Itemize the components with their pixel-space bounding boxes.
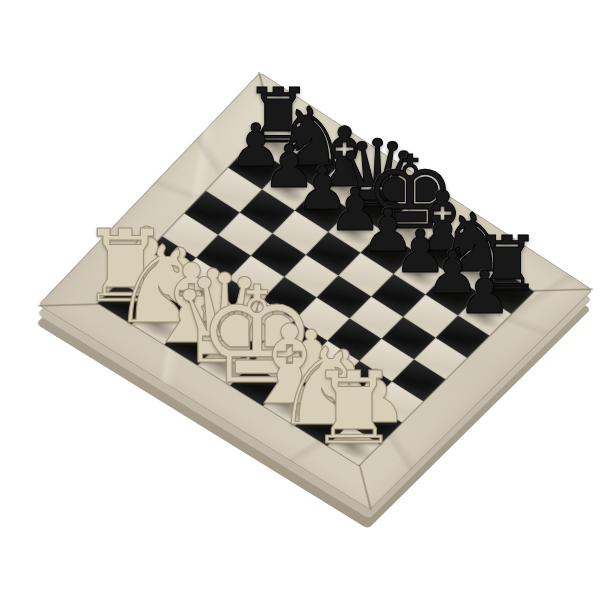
piece-white-rook[interactable]: ♜	[309, 359, 399, 459]
piece-black-pawn[interactable]: ♟	[458, 263, 511, 322]
product-photo-background: ♜♞♝♛♚♝♞♜♟♟♟♟♟♟♟♟♟♟♟♟♟♟♟♟♜♞♝♛♚♝♞♜	[0, 0, 600, 600]
pieces-layer: ♜♞♝♛♚♝♞♜♟♟♟♟♟♟♟♟♟♟♟♟♟♟♟♟♜♞♝♛♚♝♞♜	[0, 0, 600, 600]
board-scene: ♜♞♝♛♚♝♞♜♟♟♟♟♟♟♟♟♟♟♟♟♟♟♟♟♜♞♝♛♚♝♞♜	[0, 0, 600, 600]
